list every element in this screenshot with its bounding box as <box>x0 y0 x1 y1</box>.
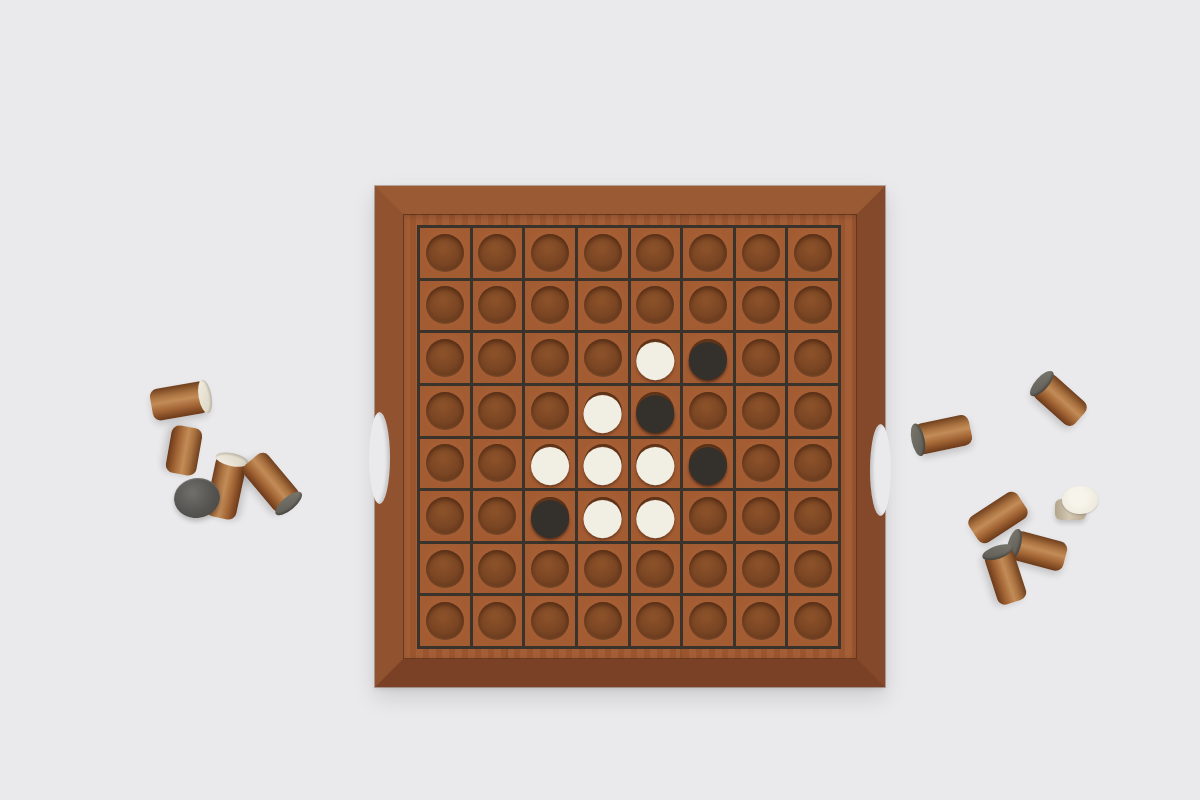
cell-r6c4[interactable]: ● <box>578 491 628 541</box>
spare-white-stack-upright[interactable] <box>1055 486 1099 522</box>
cell-r4c4[interactable]: ● <box>578 386 628 436</box>
white-disc[interactable]: ● <box>633 332 677 382</box>
white-disc[interactable]: ● <box>633 437 677 487</box>
dark-disc-face <box>1026 367 1057 399</box>
white-disc[interactable]: ● <box>581 490 625 540</box>
cell-r4c5[interactable]: ● <box>631 386 681 436</box>
black-disc[interactable]: ● <box>686 437 730 487</box>
cell-r3c6[interactable]: ● <box>683 333 733 383</box>
photo-scene: ●●●●●●●●●●● <box>0 0 1200 800</box>
black-disc[interactable]: ● <box>528 490 572 540</box>
white-disc[interactable]: ● <box>528 437 572 487</box>
black-disc[interactable]: ● <box>686 332 730 382</box>
cell-r5c5[interactable]: ● <box>631 439 681 489</box>
cell-r5c4[interactable]: ● <box>578 439 628 489</box>
dark-disc-face <box>272 487 306 518</box>
dark-disc-face <box>908 422 928 457</box>
white-disc[interactable]: ● <box>581 385 625 435</box>
cell-r5c6[interactable]: ● <box>683 439 733 489</box>
white-disc[interactable]: ● <box>581 437 625 487</box>
spare-stack[interactable] <box>1030 371 1090 429</box>
dark-disc-face <box>980 541 1014 563</box>
spare-stack[interactable] <box>912 413 973 455</box>
cell-r6c3[interactable]: ● <box>525 491 575 541</box>
spare-stack[interactable] <box>240 449 302 515</box>
white-disc[interactable]: ● <box>633 490 677 540</box>
spare-stack[interactable] <box>165 424 204 477</box>
cell-r6c5[interactable]: ● <box>631 491 681 541</box>
white-disc-face <box>195 379 214 415</box>
white-disc-face <box>1062 486 1098 514</box>
cell-r5c3[interactable]: ● <box>525 439 575 489</box>
cell-r3c5[interactable]: ● <box>631 333 681 383</box>
spare-stack[interactable] <box>148 380 210 421</box>
black-disc[interactable]: ● <box>633 385 677 435</box>
